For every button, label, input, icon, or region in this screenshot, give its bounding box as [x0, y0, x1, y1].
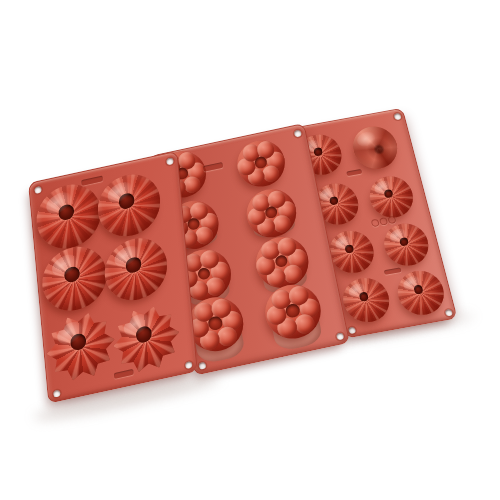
product-photo: [0, 0, 500, 500]
bundt-center-hole: [119, 192, 135, 210]
bundt-center-hole: [329, 196, 339, 206]
bundt-center-hole: [58, 203, 75, 221]
corner-hanging-hole: [347, 326, 355, 333]
bundt-center-hole: [344, 244, 355, 254]
cavity-mini-kugelhopf: [338, 274, 394, 325]
cavity-flower-blossom: [251, 232, 313, 293]
embossed-circle-mark: [379, 217, 388, 226]
bundt-center-hole: [413, 285, 424, 295]
embossed-brand-stamp: [346, 169, 362, 176]
corner-hanging-hole: [393, 112, 401, 119]
corner-hanging-hole: [34, 186, 41, 194]
cavity-swirl-bundt: [34, 178, 104, 254]
embossed-brand-stamp: [203, 162, 224, 172]
embossed-brand-stamp: [114, 369, 134, 379]
bundt-center-hole: [358, 292, 369, 302]
bundt-center-hole: [399, 237, 410, 247]
cavity-flower-blossom: [242, 185, 300, 242]
bundt-center-hole: [64, 265, 81, 283]
cavity-mini-kugelhopf: [365, 172, 417, 220]
cavity-fluted-bundt: [102, 232, 170, 306]
bundt-center-hole: [69, 332, 87, 351]
corner-hanging-hole: [293, 129, 301, 137]
corner-hanging-hole: [335, 332, 343, 340]
corner-hanging-hole: [185, 361, 192, 369]
cavity-swirl-bundt: [95, 168, 163, 242]
embossed-brand-stamp: [384, 267, 402, 275]
cavity-mini-kugelhopf: [379, 220, 433, 269]
tray-left: [28, 151, 198, 404]
embossed-brand-stamp: [81, 176, 103, 186]
bundt-center-hole: [383, 189, 393, 199]
corner-hanging-hole: [53, 389, 60, 397]
bundt-center-hole: [125, 256, 141, 274]
corner-hanging-hole: [444, 309, 452, 316]
corner-hanging-hole: [166, 157, 173, 165]
cavity-star-bundt: [110, 300, 182, 378]
bundt-center-hole: [313, 147, 323, 156]
embossed-circle-mark: [371, 219, 380, 228]
corner-hanging-hole: [198, 361, 206, 369]
cavity-fluted-bundt: [40, 241, 110, 317]
bundt-center-hole: [135, 325, 152, 344]
cavity-star-bundt: [44, 306, 118, 387]
cavity-flower-blossom: [233, 136, 289, 191]
cavity-mini-kugelhopf: [393, 267, 449, 318]
cavity-vortex-swirl: [348, 123, 402, 172]
